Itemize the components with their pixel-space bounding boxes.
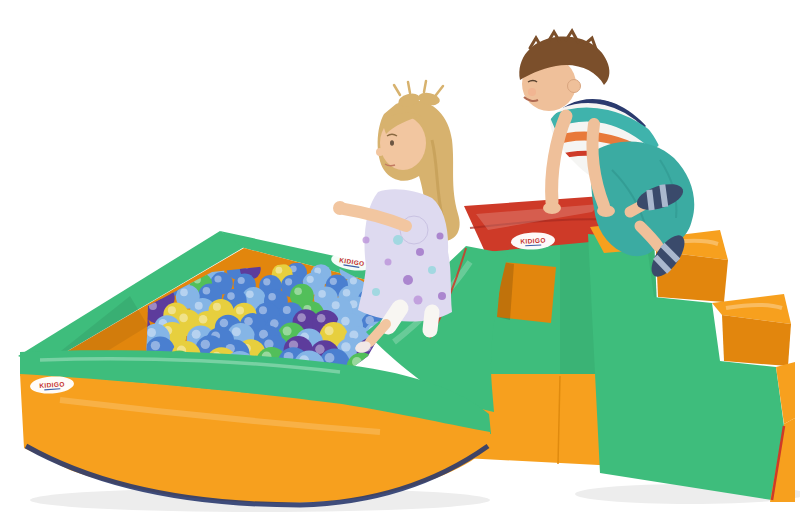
softplay-illustration: KIDIGO KIDIGO	[0, 0, 800, 532]
boy-ear	[568, 80, 581, 93]
ball-highlight	[341, 342, 350, 351]
ball-highlight	[246, 291, 254, 299]
ball-highlight	[195, 302, 203, 310]
ball-highlight	[318, 290, 326, 298]
ball-highlight	[283, 327, 292, 336]
ball-highlight	[307, 276, 314, 283]
ball-highlight	[220, 319, 229, 328]
ball-highlight	[276, 267, 283, 274]
ball-highlight	[317, 314, 326, 323]
ball-highlight	[343, 289, 351, 297]
ball-highlight	[332, 301, 340, 309]
ball-highlight	[352, 357, 362, 367]
girl-eye	[390, 140, 394, 146]
ball-highlight	[268, 293, 276, 301]
ball-highlight	[350, 277, 357, 284]
ball-highlight	[199, 315, 208, 324]
ball-highlight	[330, 278, 337, 285]
boy-hand-far	[597, 205, 615, 217]
ball-highlight	[134, 263, 141, 270]
ball-highlight	[214, 275, 221, 282]
ball-highlight	[341, 317, 350, 326]
ball-highlight	[179, 314, 188, 323]
ball-highlight	[294, 287, 302, 295]
ball-highlight	[297, 313, 306, 322]
girl-pants-leg-2	[430, 312, 432, 330]
ball-highlight	[285, 278, 292, 285]
ball-highlight	[147, 328, 156, 337]
ball-highlight	[151, 341, 160, 350]
ball-highlight	[203, 287, 211, 295]
ball-highlight	[213, 303, 221, 311]
ball-highlight	[325, 326, 334, 335]
girl-hand	[333, 201, 347, 215]
girl-nose	[376, 148, 384, 156]
ball-highlight	[236, 307, 244, 315]
ball-highlight	[180, 289, 188, 297]
ball-highlight	[325, 353, 335, 363]
ball-highlight	[168, 306, 176, 314]
ball-highlight	[192, 330, 201, 339]
photo-stage: Two children playing on a KIDIGO soft-pl…	[0, 0, 800, 532]
boy-cheek	[528, 88, 536, 96]
boy-hand-near	[543, 202, 561, 214]
ball-highlight	[259, 306, 267, 314]
ball-highlight	[201, 340, 210, 349]
girl-pigtail-strands	[394, 81, 443, 95]
ball-highlight	[227, 292, 235, 300]
logo-text: KIDIGO	[520, 237, 546, 245]
ball-highlight	[263, 278, 270, 285]
ball-highlight	[283, 306, 291, 314]
stairs	[588, 219, 795, 502]
ball-highlight	[371, 357, 381, 367]
ball-highlight	[238, 277, 245, 284]
ball-highlight	[232, 327, 241, 336]
